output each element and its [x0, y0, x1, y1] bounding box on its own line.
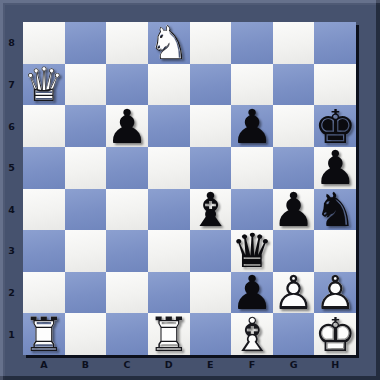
square-c3[interactable] — [106, 230, 148, 272]
square-a7[interactable]: ♛♕ — [23, 64, 65, 106]
square-f1[interactable]: ♝♗ — [231, 313, 273, 355]
square-b6[interactable] — [65, 105, 107, 147]
white-knight[interactable]: ♞♘ — [148, 22, 190, 64]
chess-board-frame: 87654321 ♞♘♛♕♟♟♚♟♝♟♞♛♟♟♙♟♙♜♖♜♖♝♗♚♔ ABCDE… — [0, 0, 380, 380]
white-pawn[interactable]: ♟♙ — [273, 272, 315, 314]
square-b8[interactable] — [65, 22, 107, 64]
square-b4[interactable] — [65, 189, 107, 231]
black-pawn[interactable]: ♟ — [106, 105, 148, 147]
square-d5[interactable] — [148, 147, 190, 189]
square-b3[interactable] — [65, 230, 107, 272]
square-a5[interactable] — [23, 147, 65, 189]
black-bishop-glyph: ♝ — [190, 189, 232, 231]
black-knight[interactable]: ♞ — [314, 189, 356, 231]
black-pawn[interactable]: ♟ — [273, 189, 315, 231]
square-d7[interactable] — [148, 64, 190, 106]
white-pawn-outline: ♙ — [273, 272, 315, 314]
rank-label-5: 5 — [0, 147, 23, 189]
black-pawn-glyph: ♟ — [106, 105, 148, 147]
square-g1[interactable] — [273, 313, 315, 355]
square-e8[interactable] — [190, 22, 232, 64]
square-e2[interactable] — [190, 272, 232, 314]
file-label-d: D — [148, 357, 190, 374]
black-pawn-glyph: ♟ — [231, 105, 273, 147]
white-king[interactable]: ♚♔ — [314, 313, 356, 355]
square-e7[interactable] — [190, 64, 232, 106]
square-e4[interactable]: ♝ — [190, 189, 232, 231]
rank-labels: 87654321 — [0, 22, 23, 355]
square-a4[interactable] — [23, 189, 65, 231]
rank-label-4: 4 — [0, 189, 23, 231]
square-c8[interactable] — [106, 22, 148, 64]
white-queen[interactable]: ♛♕ — [23, 64, 65, 106]
square-f8[interactable] — [231, 22, 273, 64]
square-e6[interactable] — [190, 105, 232, 147]
white-knight-outline: ♘ — [148, 22, 190, 64]
square-g2[interactable]: ♟♙ — [273, 272, 315, 314]
square-h1[interactable]: ♚♔ — [314, 313, 356, 355]
square-c6[interactable]: ♟ — [106, 105, 148, 147]
square-g7[interactable] — [273, 64, 315, 106]
file-label-e: E — [190, 357, 232, 374]
square-c2[interactable] — [106, 272, 148, 314]
white-king-outline: ♔ — [314, 313, 356, 355]
black-knight-glyph: ♞ — [314, 189, 356, 231]
square-e3[interactable] — [190, 230, 232, 272]
black-pawn-glyph: ♟ — [273, 189, 315, 231]
square-a3[interactable] — [23, 230, 65, 272]
file-label-g: G — [273, 357, 315, 374]
file-label-a: A — [23, 357, 65, 374]
square-d1[interactable]: ♜♖ — [148, 313, 190, 355]
square-h8[interactable] — [314, 22, 356, 64]
square-c5[interactable] — [106, 147, 148, 189]
square-b2[interactable] — [65, 272, 107, 314]
square-d6[interactable] — [148, 105, 190, 147]
rank-label-3: 3 — [0, 230, 23, 272]
rank-label-2: 2 — [0, 272, 23, 314]
square-d4[interactable] — [148, 189, 190, 231]
square-c1[interactable] — [106, 313, 148, 355]
square-g6[interactable] — [273, 105, 315, 147]
square-a6[interactable] — [23, 105, 65, 147]
rank-label-1: 1 — [0, 313, 23, 355]
black-bishop[interactable]: ♝ — [190, 189, 232, 231]
file-label-h: H — [314, 357, 356, 374]
white-queen-outline: ♕ — [23, 64, 65, 106]
square-c4[interactable] — [106, 189, 148, 231]
square-g8[interactable] — [273, 22, 315, 64]
white-rook[interactable]: ♜♖ — [148, 313, 190, 355]
white-bishop-outline: ♗ — [231, 313, 273, 355]
file-label-f: F — [231, 357, 273, 374]
chess-board: ♞♘♛♕♟♟♚♟♝♟♞♛♟♟♙♟♙♜♖♜♖♝♗♚♔ — [23, 22, 356, 355]
square-g4[interactable]: ♟ — [273, 189, 315, 231]
square-b7[interactable] — [65, 64, 107, 106]
white-rook[interactable]: ♜♖ — [23, 313, 65, 355]
rank-label-7: 7 — [0, 64, 23, 106]
square-d3[interactable] — [148, 230, 190, 272]
rank-label-6: 6 — [0, 105, 23, 147]
square-f6[interactable]: ♟ — [231, 105, 273, 147]
square-b1[interactable] — [65, 313, 107, 355]
rank-label-8: 8 — [0, 22, 23, 64]
square-d8[interactable]: ♞♘ — [148, 22, 190, 64]
file-labels: ABCDEFGH — [23, 357, 356, 374]
square-e1[interactable] — [190, 313, 232, 355]
square-a1[interactable]: ♜♖ — [23, 313, 65, 355]
white-rook-outline: ♖ — [148, 313, 190, 355]
white-rook-outline: ♖ — [23, 313, 65, 355]
square-b5[interactable] — [65, 147, 107, 189]
square-h4[interactable]: ♞ — [314, 189, 356, 231]
file-label-c: C — [106, 357, 148, 374]
file-label-b: B — [65, 357, 107, 374]
white-bishop[interactable]: ♝♗ — [231, 313, 273, 355]
square-f5[interactable] — [231, 147, 273, 189]
black-pawn[interactable]: ♟ — [231, 105, 273, 147]
